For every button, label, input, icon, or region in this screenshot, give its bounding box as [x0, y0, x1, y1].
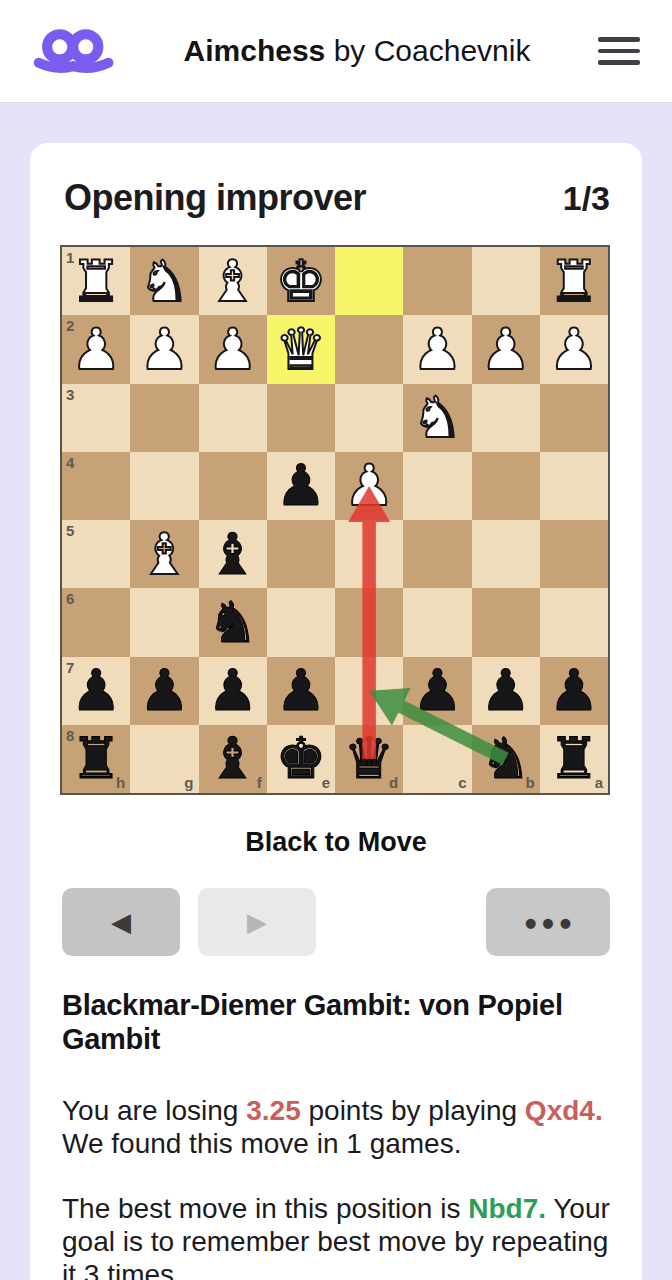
- square-f4[interactable]: [199, 452, 267, 520]
- move-value-green: Nbd7.: [468, 1193, 546, 1224]
- best-move-advice: The best move in this position is Nbd7. …: [62, 1192, 610, 1280]
- piece-wP-d4: ♟: [335, 452, 403, 520]
- square-c7[interactable]: ♟: [403, 657, 471, 725]
- square-a2[interactable]: ♟: [540, 315, 608, 383]
- square-a1[interactable]: ♜: [540, 247, 608, 315]
- square-h2[interactable]: 2♟: [62, 315, 130, 383]
- rank-label: 4: [66, 454, 74, 471]
- square-c3[interactable]: ♞: [403, 384, 471, 452]
- piece-wP-b2: ♟: [472, 315, 540, 383]
- square-c8[interactable]: c: [403, 725, 471, 793]
- piece-wQ-e2: ♛: [267, 315, 335, 383]
- piece-wR-h1: ♜: [62, 247, 130, 315]
- square-e6[interactable]: [267, 588, 335, 656]
- square-e2[interactable]: ♛: [267, 315, 335, 383]
- piece-bQ-d8: ♛: [335, 725, 403, 793]
- square-h4[interactable]: 4: [62, 452, 130, 520]
- square-f2[interactable]: ♟: [199, 315, 267, 383]
- text-segment: You are losing: [62, 1095, 246, 1126]
- piece-bR-a8: ♜: [540, 725, 608, 793]
- piece-bP-g7: ♟: [130, 657, 198, 725]
- hamburger-menu-icon[interactable]: [598, 37, 640, 65]
- square-a5[interactable]: [540, 520, 608, 588]
- piece-bP-a7: ♟: [540, 657, 608, 725]
- forward-arrow-icon: ▶: [247, 907, 267, 937]
- move-value-red: 3.25: [246, 1095, 301, 1126]
- page-background: Opening improver 1/3 1♜♞♝♚♜2♟♟♟♛♟♟♟3♞4♟♟…: [0, 103, 672, 1280]
- piece-bN-b8: ♞: [472, 725, 540, 793]
- brand-suffix: by Coachevnik: [325, 34, 530, 67]
- piece-wN-c3: ♞: [403, 384, 471, 452]
- square-a7[interactable]: ♟: [540, 657, 608, 725]
- app-title: Aimchess by Coachevnik: [116, 34, 598, 68]
- square-f7[interactable]: ♟: [199, 657, 267, 725]
- square-d4[interactable]: ♟: [335, 452, 403, 520]
- opening-name: Blackmar-Diemer Gambit: von Popiel Gambi…: [62, 988, 610, 1056]
- square-a4[interactable]: [540, 452, 608, 520]
- square-c5[interactable]: [403, 520, 471, 588]
- chess-board[interactable]: 1♜♞♝♚♜2♟♟♟♛♟♟♟3♞4♟♟5♝♝6♞7♟♟♟♟♟♟♟8h♜gf♝e♚…: [62, 247, 608, 793]
- more-options-button[interactable]: ●●●: [486, 888, 610, 956]
- square-d5[interactable]: [335, 520, 403, 588]
- turn-indicator: Black to Move: [62, 827, 610, 858]
- square-g2[interactable]: ♟: [130, 315, 198, 383]
- piece-wP-h2: ♟: [62, 315, 130, 383]
- square-c1[interactable]: [403, 247, 471, 315]
- text-segment: points by playing: [301, 1095, 525, 1126]
- mistake-summary: You are losing 3.25 points by playing Qx…: [62, 1094, 610, 1160]
- square-e8[interactable]: e♚: [267, 725, 335, 793]
- square-d3[interactable]: [335, 384, 403, 452]
- square-d7[interactable]: [335, 657, 403, 725]
- square-f6[interactable]: ♞: [199, 588, 267, 656]
- piece-bP-e4: ♟: [267, 452, 335, 520]
- square-g4[interactable]: [130, 452, 198, 520]
- square-b7[interactable]: ♟: [472, 657, 540, 725]
- square-b2[interactable]: ♟: [472, 315, 540, 383]
- aimchess-logo-icon: [32, 20, 116, 82]
- move-value-red: Qxd4.: [525, 1095, 603, 1126]
- app-header: Aimchess by Coachevnik: [0, 0, 672, 103]
- square-e3[interactable]: [267, 384, 335, 452]
- square-f8[interactable]: f♝: [199, 725, 267, 793]
- square-h3[interactable]: 3: [62, 384, 130, 452]
- square-e7[interactable]: ♟: [267, 657, 335, 725]
- piece-wP-a2: ♟: [540, 315, 608, 383]
- piece-wP-f2: ♟: [199, 315, 267, 383]
- square-g1[interactable]: ♞: [130, 247, 198, 315]
- square-h7[interactable]: 7♟: [62, 657, 130, 725]
- square-g5[interactable]: ♝: [130, 520, 198, 588]
- piece-wK-e1: ♚: [267, 247, 335, 315]
- piece-bB-f8: ♝: [199, 725, 267, 793]
- square-b4[interactable]: [472, 452, 540, 520]
- text-segment: The best move in this position is: [62, 1193, 468, 1224]
- square-g7[interactable]: ♟: [130, 657, 198, 725]
- square-c2[interactable]: ♟: [403, 315, 471, 383]
- square-d1[interactable]: [335, 247, 403, 315]
- square-f5[interactable]: ♝: [199, 520, 267, 588]
- square-b8[interactable]: b♞: [472, 725, 540, 793]
- square-b5[interactable]: [472, 520, 540, 588]
- square-a3[interactable]: [540, 384, 608, 452]
- piece-bK-e8: ♚: [267, 725, 335, 793]
- square-d6[interactable]: [335, 588, 403, 656]
- square-h5[interactable]: 5: [62, 520, 130, 588]
- square-f3[interactable]: [199, 384, 267, 452]
- board-controls: ◀ ▶ ●●●: [62, 888, 610, 956]
- ellipsis-icon: ●●●: [519, 915, 577, 930]
- square-h1[interactable]: 1♜: [62, 247, 130, 315]
- brand-name: Aimchess: [184, 34, 326, 67]
- previous-move-button[interactable]: ◀: [62, 888, 180, 956]
- square-g6[interactable]: [130, 588, 198, 656]
- piece-bP-h7: ♟: [62, 657, 130, 725]
- piece-bP-c7: ♟: [403, 657, 471, 725]
- page-title: Opening improver: [64, 177, 366, 219]
- square-b6[interactable]: [472, 588, 540, 656]
- rank-label: 6: [66, 590, 74, 607]
- square-e5[interactable]: [267, 520, 335, 588]
- piece-bP-b7: ♟: [472, 657, 540, 725]
- square-f1[interactable]: ♝: [199, 247, 267, 315]
- square-c4[interactable]: [403, 452, 471, 520]
- square-h8[interactable]: 8h♜: [62, 725, 130, 793]
- square-g3[interactable]: [130, 384, 198, 452]
- square-b3[interactable]: [472, 384, 540, 452]
- piece-wP-g2: ♟: [130, 315, 198, 383]
- back-arrow-icon: ◀: [111, 907, 131, 937]
- file-label: g: [184, 774, 193, 791]
- piece-bN-f6: ♞: [199, 588, 267, 656]
- square-g8[interactable]: g: [130, 725, 198, 793]
- piece-wR-a1: ♜: [540, 247, 608, 315]
- file-label: c: [458, 774, 466, 791]
- piece-bP-e7: ♟: [267, 657, 335, 725]
- piece-wP-c2: ♟: [403, 315, 471, 383]
- progress-indicator: 1/3: [563, 179, 610, 218]
- piece-bB-f5: ♝: [199, 520, 267, 588]
- exercise-card: Opening improver 1/3 1♜♞♝♚♜2♟♟♟♛♟♟♟3♞4♟♟…: [30, 143, 642, 1280]
- square-c6[interactable]: [403, 588, 471, 656]
- rank-label: 3: [66, 386, 74, 403]
- square-d2[interactable]: [335, 315, 403, 383]
- square-d8[interactable]: d♛: [335, 725, 403, 793]
- square-e4[interactable]: ♟: [267, 452, 335, 520]
- square-e1[interactable]: ♚: [267, 247, 335, 315]
- piece-wB-f1: ♝: [199, 247, 267, 315]
- square-a6[interactable]: [540, 588, 608, 656]
- square-b1[interactable]: [472, 247, 540, 315]
- text-segment: We found this move in 1 games.: [62, 1128, 461, 1159]
- square-h6[interactable]: 6: [62, 588, 130, 656]
- next-move-button[interactable]: ▶: [198, 888, 316, 956]
- piece-wB-g5: ♝: [130, 520, 198, 588]
- piece-bR-h8: ♜: [62, 725, 130, 793]
- rank-label: 5: [66, 522, 74, 539]
- piece-wN-g1: ♞: [130, 247, 198, 315]
- square-a8[interactable]: a♜: [540, 725, 608, 793]
- piece-bP-f7: ♟: [199, 657, 267, 725]
